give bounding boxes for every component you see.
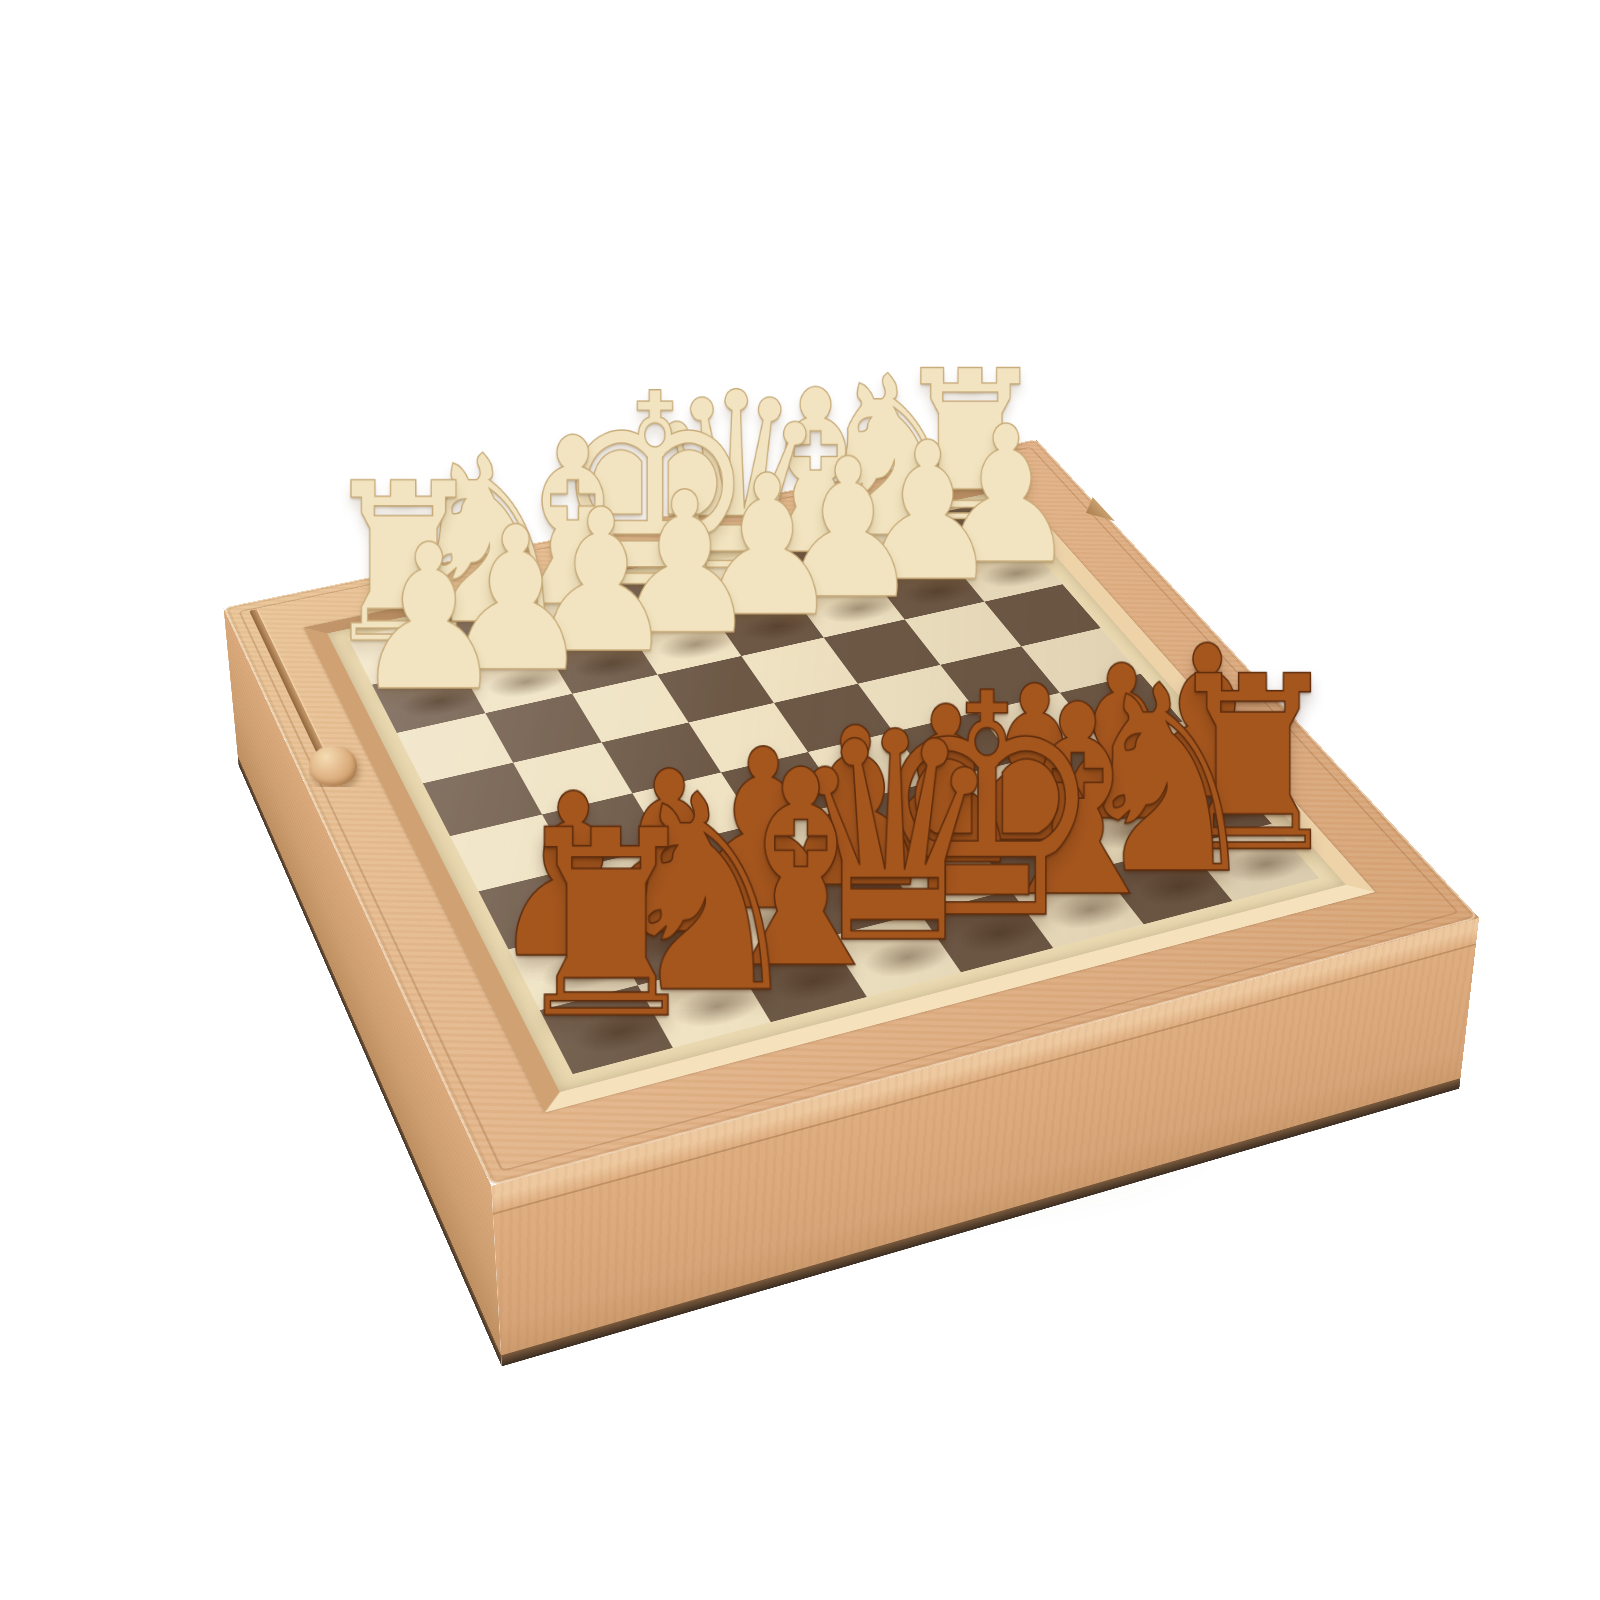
white-pawn-glyph: ♟ bbox=[352, 518, 505, 719]
drawer-knob bbox=[309, 746, 357, 787]
chess-box: ♜♞♝♚♛♝♞♜♟♟♟♟♟♟♟♟♟♟♟♟♟♟♟♟♜♞♝♛♚♝♞♜ bbox=[223, 439, 1479, 1186]
brown-rook-glyph: ♜ bbox=[507, 796, 704, 1054]
product-photo-scene: ♜♞♝♚♛♝♞♜♟♟♟♟♟♟♟♟♟♟♟♟♟♟♟♟♜♞♝♛♚♝♞♜ bbox=[0, 0, 1600, 1600]
3d-stage: ♜♞♝♚♛♝♞♜♟♟♟♟♟♟♟♟♟♟♟♟♟♟♟♟♜♞♝♛♚♝♞♜ bbox=[0, 0, 1600, 1600]
